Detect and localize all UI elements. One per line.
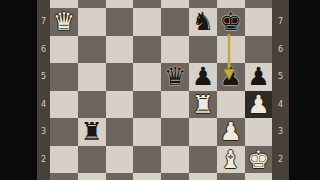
piece-white-rook-f4[interactable]: ♜ (189, 91, 217, 119)
piece-white-bishop-g2[interactable]: ♝ (217, 146, 245, 174)
square-f4[interactable]: ♜ (189, 91, 217, 119)
rank-label-3: 3 (272, 118, 289, 146)
square-h1[interactable] (245, 173, 273, 180)
square-a6[interactable] (50, 36, 78, 64)
piece-white-pawn-h4[interactable]: ♟ (245, 91, 273, 119)
square-h5[interactable]: ♟ (245, 63, 273, 91)
square-f2[interactable] (189, 146, 217, 174)
rank-label-1: 1 (37, 173, 50, 180)
square-d8[interactable] (133, 0, 161, 8)
square-b4[interactable] (78, 91, 106, 119)
rank-label-5: 5 (37, 63, 50, 91)
piece-white-queen-a7[interactable]: ♛ (50, 8, 78, 36)
square-h8[interactable] (245, 0, 273, 8)
square-f7[interactable]: ♞ (189, 8, 217, 36)
square-a8[interactable] (50, 0, 78, 8)
piece-white-pawn-g3[interactable]: ♟ (217, 118, 245, 146)
square-g3[interactable]: ♟ (217, 118, 245, 146)
rank-label-2: 2 (272, 146, 289, 174)
left-coordinate-strip: 87654321 (37, 0, 50, 180)
square-c4[interactable] (106, 91, 134, 119)
piece-black-rook-b3[interactable]: ♜ (78, 118, 106, 146)
square-a1[interactable] (50, 173, 78, 180)
rank-label-1: 1 (272, 173, 289, 180)
square-b8[interactable] (78, 0, 106, 8)
square-e6[interactable] (161, 36, 189, 64)
rank-label-4: 4 (272, 91, 289, 119)
square-b1[interactable] (78, 173, 106, 180)
rank-label-7: 7 (37, 8, 50, 36)
rank-label-5: 5 (272, 63, 289, 91)
piece-white-king-h2[interactable]: ♚ (245, 146, 273, 174)
square-f6[interactable] (189, 36, 217, 64)
square-h3[interactable] (245, 118, 273, 146)
rank-label-7: 7 (272, 8, 289, 36)
square-d1[interactable] (133, 173, 161, 180)
rank-label-2: 2 (37, 146, 50, 174)
square-d7[interactable] (133, 8, 161, 36)
right-rank-labels: 87654321 (272, 0, 289, 180)
square-c3[interactable] (106, 118, 134, 146)
piece-black-pawn-f5[interactable]: ♟ (189, 63, 217, 91)
move-arrow-g5 (219, 27, 239, 83)
rank-label-3: 3 (37, 118, 50, 146)
chess-board: ♛♞♚♛♟♟♟♜♟♜♟♝♚ (50, 0, 272, 180)
square-b7[interactable] (78, 8, 106, 36)
square-e1[interactable] (161, 173, 189, 180)
square-a5[interactable] (50, 63, 78, 91)
square-d4[interactable] (133, 91, 161, 119)
rank-label-4: 4 (37, 91, 50, 119)
right-coordinate-strip: 87654321 (272, 0, 289, 180)
square-h2[interactable]: ♚ (245, 146, 273, 174)
square-e7[interactable] (161, 8, 189, 36)
square-b5[interactable] (78, 63, 106, 91)
square-a3[interactable] (50, 118, 78, 146)
square-a7[interactable]: ♛ (50, 8, 78, 36)
square-d3[interactable] (133, 118, 161, 146)
piece-black-queen-e5[interactable]: ♛ (161, 63, 189, 91)
square-c8[interactable] (106, 0, 134, 8)
rank-label-6: 6 (272, 36, 289, 64)
square-d2[interactable] (133, 146, 161, 174)
chess-thumbnail: 87654321 87654321 ♛♞♚♛♟♟♟♜♟♜♟♝♚ (0, 0, 320, 180)
square-a4[interactable] (50, 91, 78, 119)
square-c2[interactable] (106, 146, 134, 174)
square-e3[interactable] (161, 118, 189, 146)
square-e8[interactable] (161, 0, 189, 8)
piece-black-knight-f7[interactable]: ♞ (189, 8, 217, 36)
left-rank-labels: 87654321 (37, 0, 50, 180)
square-d5[interactable] (133, 63, 161, 91)
square-g4[interactable] (217, 91, 245, 119)
square-g8[interactable] (217, 0, 245, 8)
square-c7[interactable] (106, 8, 134, 36)
square-f5[interactable]: ♟ (189, 63, 217, 91)
rank-label-8: 8 (272, 0, 289, 8)
square-f3[interactable] (189, 118, 217, 146)
square-a2[interactable] (50, 146, 78, 174)
square-h4[interactable]: ♟ (245, 91, 273, 119)
square-c1[interactable] (106, 173, 134, 180)
square-f1[interactable] (189, 173, 217, 180)
square-f8[interactable] (189, 0, 217, 8)
square-e4[interactable] (161, 91, 189, 119)
square-g1[interactable] (217, 173, 245, 180)
square-e5[interactable]: ♛ (161, 63, 189, 91)
square-h6[interactable] (245, 36, 273, 64)
rank-label-8: 8 (37, 0, 50, 8)
square-h7[interactable] (245, 8, 273, 36)
piece-black-pawn-h5[interactable]: ♟ (245, 63, 273, 91)
rank-label-6: 6 (37, 36, 50, 64)
square-b2[interactable] (78, 146, 106, 174)
square-g2[interactable]: ♝ (217, 146, 245, 174)
square-c5[interactable] (106, 63, 134, 91)
square-b3[interactable]: ♜ (78, 118, 106, 146)
square-c6[interactable] (106, 36, 134, 64)
square-b6[interactable] (78, 36, 106, 64)
square-e2[interactable] (161, 146, 189, 174)
square-d6[interactable] (133, 36, 161, 64)
